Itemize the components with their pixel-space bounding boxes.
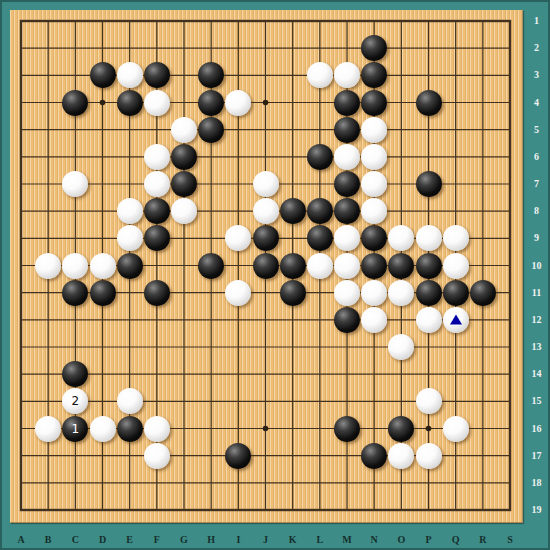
black-stone-M16	[334, 416, 360, 442]
row-label-12: 12	[523, 314, 550, 326]
row-label-5: 5	[523, 124, 550, 136]
black-stone-M7	[334, 171, 360, 197]
column-label-S: S	[501, 534, 519, 546]
white-stone-F16	[144, 416, 170, 442]
white-stone-O17	[388, 443, 414, 469]
white-stone-P9	[416, 225, 442, 251]
black-stone-M8	[334, 198, 360, 224]
black-stone-R11	[470, 280, 496, 306]
move-number-label: 1	[72, 423, 80, 435]
row-label-4: 4	[523, 97, 550, 109]
white-stone-J7	[253, 171, 279, 197]
white-stone-C10	[62, 253, 88, 279]
white-stone-I4	[225, 90, 251, 116]
black-stone-K11	[280, 280, 306, 306]
black-stone-K8	[280, 198, 306, 224]
column-label-R: R	[474, 534, 492, 546]
black-stone-H10	[198, 253, 224, 279]
black-stone-N4	[361, 90, 387, 116]
column-label-Q: Q	[447, 534, 465, 546]
black-stone-J10	[253, 253, 279, 279]
black-stone-P4	[416, 90, 442, 116]
black-stone-N17	[361, 443, 387, 469]
white-stone-F4	[144, 90, 170, 116]
row-label-8: 8	[523, 205, 550, 217]
column-label-H: H	[202, 534, 220, 546]
column-label-A: A	[12, 534, 30, 546]
white-stone-D10	[90, 253, 116, 279]
white-stone-M10	[334, 253, 360, 279]
white-stone-L10	[307, 253, 333, 279]
white-stone-F17	[144, 443, 170, 469]
black-stone-I17	[225, 443, 251, 469]
black-stone-P10	[416, 253, 442, 279]
go-board-window: 12 ABCDEFGHIJKLMNOPQRS 12345678910111213…	[0, 0, 550, 550]
black-stone-E16	[117, 416, 143, 442]
white-stone-D16	[90, 416, 116, 442]
black-stone-M12	[334, 307, 360, 333]
column-label-K: K	[284, 534, 302, 546]
black-stone-H4	[198, 90, 224, 116]
white-stone-Q10	[443, 253, 469, 279]
white-stone-B16	[35, 416, 61, 442]
black-stone-M5	[334, 117, 360, 143]
white-stone-B10	[35, 253, 61, 279]
white-stone-Q12	[443, 307, 469, 333]
row-label-18: 18	[523, 477, 550, 489]
black-stone-O16	[388, 416, 414, 442]
row-label-19: 19	[523, 504, 550, 516]
row-label-1: 1	[523, 15, 550, 27]
white-stone-N5	[361, 117, 387, 143]
white-stone-N11	[361, 280, 387, 306]
black-stone-L9	[307, 225, 333, 251]
white-stone-P12	[416, 307, 442, 333]
white-stone-E8	[117, 198, 143, 224]
row-label-7: 7	[523, 178, 550, 190]
black-stone-J9	[253, 225, 279, 251]
black-stone-C11	[62, 280, 88, 306]
black-stone-G7	[171, 171, 197, 197]
black-stone-K10	[280, 253, 306, 279]
row-label-17: 17	[523, 450, 550, 462]
row-label-16: 16	[523, 423, 550, 435]
row-label-10: 10	[523, 260, 550, 272]
column-label-P: P	[420, 534, 438, 546]
white-stone-G5	[171, 117, 197, 143]
black-stone-F8	[144, 198, 170, 224]
black-stone-P7	[416, 171, 442, 197]
black-stone-H5	[198, 117, 224, 143]
white-stone-Q16	[443, 416, 469, 442]
white-stone-O11	[388, 280, 414, 306]
white-stone-L3	[307, 62, 333, 88]
white-stone-F7	[144, 171, 170, 197]
black-stone-F11	[144, 280, 170, 306]
column-label-C: C	[66, 534, 84, 546]
white-stone-P15	[416, 388, 442, 414]
white-stone-E9	[117, 225, 143, 251]
black-stone-N10	[361, 253, 387, 279]
column-label-B: B	[39, 534, 57, 546]
black-stone-Q11	[443, 280, 469, 306]
row-label-14: 14	[523, 368, 550, 380]
column-label-E: E	[121, 534, 139, 546]
white-stone-Q9	[443, 225, 469, 251]
black-stone-L6	[307, 144, 333, 170]
white-stone-E15	[117, 388, 143, 414]
black-stone-E4	[117, 90, 143, 116]
black-stone-C4	[62, 90, 88, 116]
column-label-G: G	[175, 534, 193, 546]
row-label-3: 3	[523, 69, 550, 81]
white-stone-G8	[171, 198, 197, 224]
white-stone-M11	[334, 280, 360, 306]
white-stone-M6	[334, 144, 360, 170]
white-stone-N7	[361, 171, 387, 197]
white-stone-N6	[361, 144, 387, 170]
triangle-marker-icon	[450, 314, 462, 324]
black-stone-F3	[144, 62, 170, 88]
black-stone-L8	[307, 198, 333, 224]
column-label-O: O	[392, 534, 410, 546]
black-stone-P11	[416, 280, 442, 306]
black-stone-D3	[90, 62, 116, 88]
black-stone-C16: 1	[62, 416, 88, 442]
white-stone-I11	[225, 280, 251, 306]
white-stone-F6	[144, 144, 170, 170]
white-stone-P17	[416, 443, 442, 469]
column-label-J: J	[257, 534, 275, 546]
column-label-D: D	[94, 534, 112, 546]
row-label-2: 2	[523, 42, 550, 54]
black-stone-D11	[90, 280, 116, 306]
column-label-I: I	[229, 534, 247, 546]
black-stone-M4	[334, 90, 360, 116]
column-label-M: M	[338, 534, 356, 546]
black-stone-O10	[388, 253, 414, 279]
black-stone-E10	[117, 253, 143, 279]
white-stone-E3	[117, 62, 143, 88]
row-label-11: 11	[523, 287, 550, 299]
row-label-13: 13	[523, 341, 550, 353]
row-label-9: 9	[523, 232, 550, 244]
column-label-L: L	[311, 534, 329, 546]
column-label-F: F	[148, 534, 166, 546]
black-stone-F9	[144, 225, 170, 251]
black-stone-G6	[171, 144, 197, 170]
row-label-6: 6	[523, 151, 550, 163]
white-stone-J8	[253, 198, 279, 224]
move-number-label: 2	[72, 395, 80, 407]
row-label-15: 15	[523, 395, 550, 407]
white-stone-N12	[361, 307, 387, 333]
column-label-N: N	[365, 534, 383, 546]
